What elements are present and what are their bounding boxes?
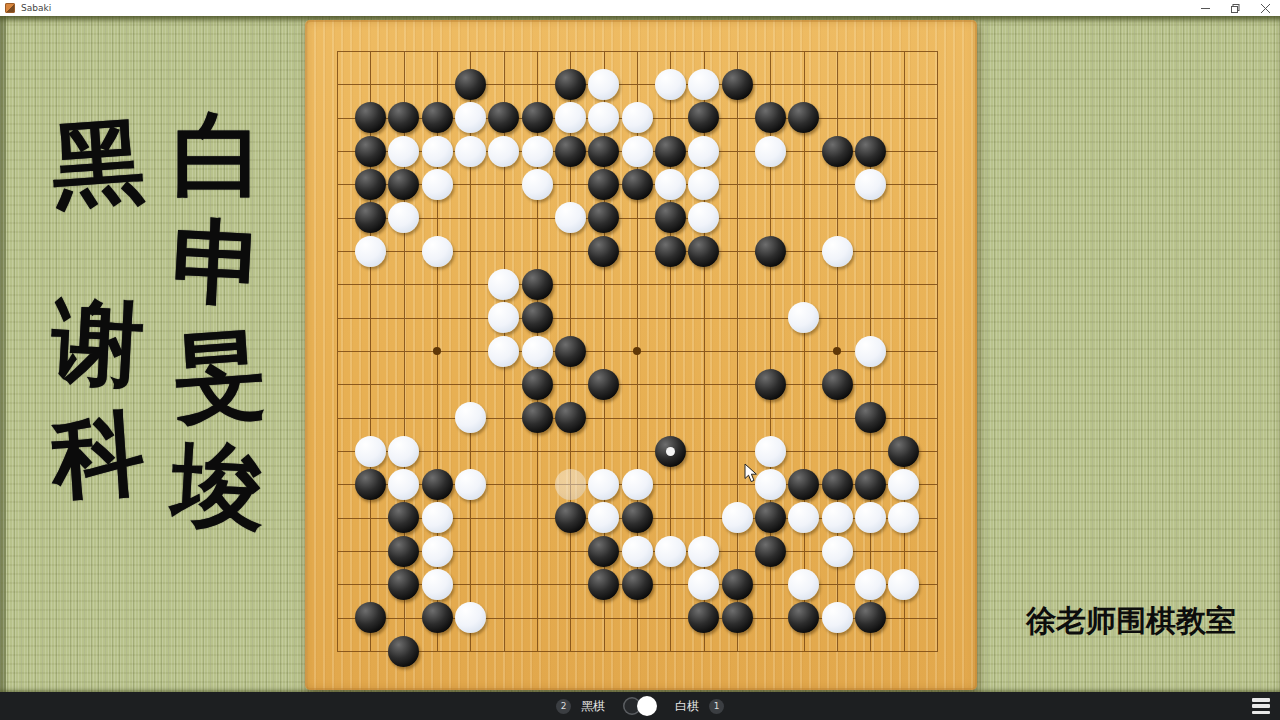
last-move-marker	[666, 447, 675, 456]
stone-white	[355, 236, 386, 267]
white-player-name-char: 埈	[169, 430, 267, 547]
stone-white	[422, 169, 453, 200]
stone-black	[622, 569, 653, 600]
stone-black	[622, 502, 653, 533]
stone-black	[888, 436, 919, 467]
stone-black	[522, 102, 553, 133]
stone-black	[788, 102, 819, 133]
stone-white	[855, 502, 886, 533]
stone-white	[755, 436, 786, 467]
black-player-column: 黑 谢 科	[42, 112, 154, 512]
player-turn-toggle[interactable]	[623, 696, 657, 716]
minimize-icon[interactable]	[1190, 0, 1220, 16]
hamburger-menu-icon[interactable]	[1252, 698, 1270, 714]
stone-black	[588, 536, 619, 567]
stone-black	[355, 102, 386, 133]
stone-white	[355, 436, 386, 467]
stone-black	[388, 169, 419, 200]
stone-white	[822, 502, 853, 533]
stone-white	[722, 502, 753, 533]
stone-white	[622, 536, 653, 567]
stone-white	[455, 469, 486, 500]
stone-black	[355, 136, 386, 167]
stone-black	[722, 69, 753, 100]
stone-white	[555, 202, 586, 233]
stone-white	[555, 102, 586, 133]
stone-black	[788, 469, 819, 500]
stone-black	[722, 602, 753, 633]
stone-black	[822, 469, 853, 500]
stone-white	[788, 302, 819, 333]
window-controls	[1190, 0, 1280, 16]
stone-black	[355, 469, 386, 500]
go-board[interactable]	[305, 20, 977, 690]
stone-white	[688, 136, 719, 167]
stone-white	[688, 169, 719, 200]
stone-black	[655, 236, 686, 267]
restore-icon[interactable]	[1220, 0, 1250, 16]
black-label: 黑	[48, 109, 147, 219]
white-captures-badge: 1	[709, 699, 724, 714]
stone-black	[655, 202, 686, 233]
black-player-name-char: 科	[48, 397, 148, 515]
stone-white	[855, 336, 886, 367]
classroom-caption: 徐老师围棋教室	[1018, 601, 1244, 642]
stone-black	[522, 369, 553, 400]
white-stone-icon	[637, 696, 657, 716]
stone-black	[855, 402, 886, 433]
stone-white	[455, 136, 486, 167]
stone-black	[555, 136, 586, 167]
stone-black	[855, 469, 886, 500]
stone-black	[822, 369, 853, 400]
stone-black	[622, 169, 653, 200]
bottom-toolbar: 2 黑棋 白棋 1	[0, 692, 1280, 720]
stone-white	[888, 502, 919, 533]
stone-black	[788, 602, 819, 633]
stone-white	[488, 336, 519, 367]
stone-white	[588, 69, 619, 100]
stone-white	[622, 102, 653, 133]
white-player-column: 白 申 旻 埈	[162, 104, 274, 544]
stone-black	[555, 402, 586, 433]
stone-white	[522, 169, 553, 200]
stone-white	[622, 469, 653, 500]
stones-layer	[305, 20, 977, 690]
stone-black	[688, 102, 719, 133]
stone-black	[655, 436, 686, 467]
stone-white	[755, 469, 786, 500]
stone-black	[422, 469, 453, 500]
title-bar: Sabaki	[0, 0, 1280, 16]
stone-white	[822, 602, 853, 633]
stone-black	[522, 269, 553, 300]
stone-white	[455, 402, 486, 433]
stone-black	[588, 569, 619, 600]
stone-black	[388, 102, 419, 133]
stone-white	[655, 536, 686, 567]
stone-white	[388, 202, 419, 233]
stone-black	[455, 69, 486, 100]
stone-black	[422, 602, 453, 633]
white-label: 白	[172, 104, 264, 208]
stone-white	[855, 569, 886, 600]
stone-white	[655, 69, 686, 100]
stone-black	[755, 502, 786, 533]
stone-black	[855, 136, 886, 167]
stone-black	[755, 369, 786, 400]
stone-black	[555, 502, 586, 533]
stone-black	[388, 569, 419, 600]
stone-white	[422, 569, 453, 600]
stone-black	[588, 136, 619, 167]
stone-black	[355, 602, 386, 633]
stone-black	[588, 169, 619, 200]
stone-white	[755, 136, 786, 167]
stone-white	[688, 536, 719, 567]
stone-white	[388, 469, 419, 500]
stone-white	[655, 169, 686, 200]
stone-white	[822, 536, 853, 567]
stone-white	[888, 469, 919, 500]
stone-white	[388, 436, 419, 467]
stone-white	[688, 202, 719, 233]
stone-white	[422, 136, 453, 167]
stone-black	[522, 402, 553, 433]
stone-black	[755, 102, 786, 133]
window-title: Sabaki	[21, 3, 51, 13]
stone-white	[388, 136, 419, 167]
stone-white	[688, 569, 719, 600]
stone-white	[522, 336, 553, 367]
stone-black	[422, 102, 453, 133]
stone-black	[755, 536, 786, 567]
black-captures-badge: 2	[556, 699, 571, 714]
stone-white	[588, 502, 619, 533]
stone-black	[822, 136, 853, 167]
sabaki-app-icon	[5, 3, 15, 13]
stone-black	[688, 602, 719, 633]
app-window: Sabaki 黑 谢 科 白 申 旻 埈 徐老师围棋教室	[0, 0, 1280, 720]
stone-white	[488, 136, 519, 167]
stone-black	[588, 202, 619, 233]
stone-black	[522, 302, 553, 333]
stone-black	[588, 369, 619, 400]
white-player-name-char: 申	[169, 206, 267, 323]
stone-white	[488, 269, 519, 300]
stone-black	[588, 236, 619, 267]
stone-black	[555, 336, 586, 367]
stone-black	[355, 202, 386, 233]
white-player-toolbar-label: 白棋	[675, 698, 699, 715]
stone-white	[822, 236, 853, 267]
main-area: 黑 谢 科 白 申 旻 埈 徐老师围棋教室	[0, 16, 1280, 692]
stone-white	[488, 302, 519, 333]
stone-black	[555, 69, 586, 100]
stone-black	[722, 569, 753, 600]
stone-white	[622, 136, 653, 167]
stone-black	[388, 636, 419, 667]
stone-black	[755, 236, 786, 267]
black-player-name-char: 谢	[49, 286, 147, 403]
stone-black	[855, 602, 886, 633]
stone-black	[388, 502, 419, 533]
black-player-toolbar-label: 黑棋	[581, 698, 605, 715]
stone-black	[655, 136, 686, 167]
stone-white	[588, 469, 619, 500]
stone-black	[388, 536, 419, 567]
ghost-stone-white	[555, 469, 586, 500]
stone-black	[355, 169, 386, 200]
stone-white	[455, 102, 486, 133]
stone-white	[788, 502, 819, 533]
stone-white	[888, 569, 919, 600]
stone-white	[422, 536, 453, 567]
stone-white	[455, 602, 486, 633]
stone-white	[422, 502, 453, 533]
white-player-name-char: 旻	[168, 317, 268, 435]
stone-white	[788, 569, 819, 600]
stone-black	[688, 236, 719, 267]
stone-white	[588, 102, 619, 133]
stone-white	[522, 136, 553, 167]
stone-white	[855, 169, 886, 200]
stone-white	[688, 69, 719, 100]
close-icon[interactable]	[1250, 0, 1280, 16]
mouse-cursor	[744, 463, 758, 487]
stone-white	[422, 236, 453, 267]
stone-black	[488, 102, 519, 133]
